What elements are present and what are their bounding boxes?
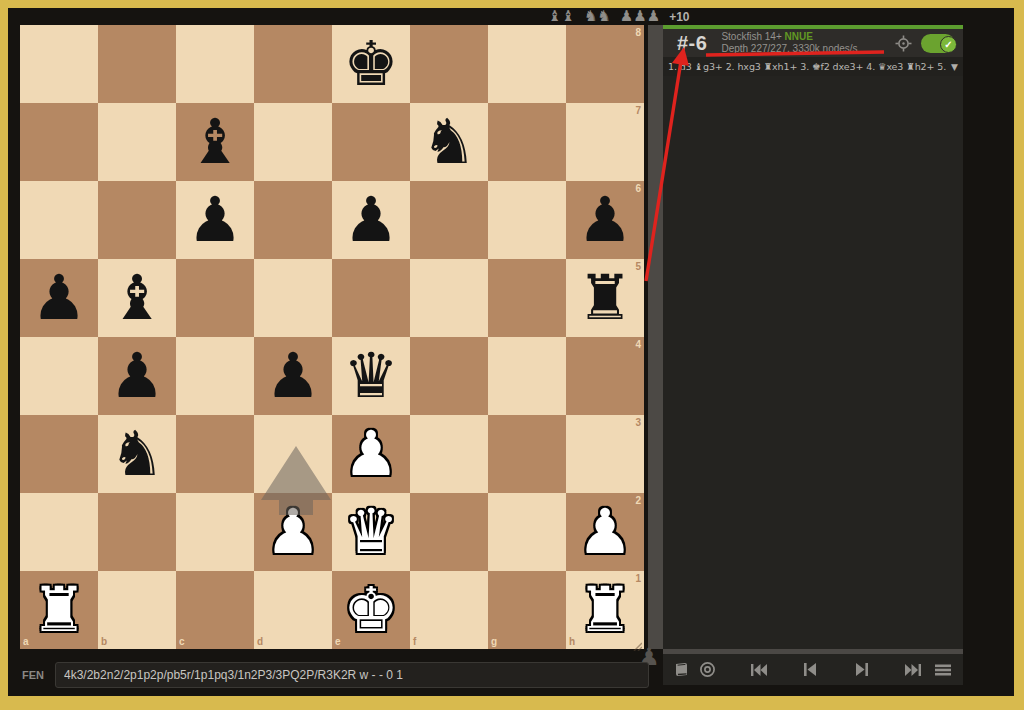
- engine-toggle[interactable]: ✓: [921, 34, 955, 53]
- rank-coordinate: 8: [635, 28, 641, 38]
- black-pawn[interactable]: ♟: [332, 181, 410, 259]
- square-c1[interactable]: c: [176, 571, 254, 649]
- square-h6[interactable]: 6♟: [566, 181, 644, 259]
- square-d1[interactable]: d: [254, 571, 332, 649]
- white-queen[interactable]: ♛: [332, 493, 410, 571]
- square-a8[interactable]: [20, 25, 98, 103]
- engine-name-line: Stockfish 14+ NNUE: [721, 31, 893, 43]
- square-e4[interactable]: ♛: [332, 337, 410, 415]
- white-pawn[interactable]: ♟: [566, 493, 644, 571]
- square-h1[interactable]: 1h♜: [566, 571, 644, 649]
- engine-info: Stockfish 14+ NNUE Depth 227/227, 3330k …: [721, 31, 893, 55]
- captured-bishops-icon: ♝♝: [548, 9, 575, 24]
- square-c4[interactable]: [176, 337, 254, 415]
- engine-panel: #-6 Stockfish 14+ NNUE Depth 227/227, 33…: [663, 25, 963, 685]
- eval-score: #-6: [677, 32, 707, 55]
- square-a1[interactable]: a♜: [20, 571, 98, 649]
- white-rook[interactable]: ♜: [20, 571, 98, 649]
- square-f1[interactable]: f: [410, 571, 488, 649]
- square-f3[interactable]: [410, 415, 488, 493]
- square-d3[interactable]: [254, 415, 332, 493]
- square-e6[interactable]: ♟: [332, 181, 410, 259]
- material-advantage-bar: ♝♝ ♞♞ ♟♟♟ +10: [548, 8, 690, 25]
- pv-line-row[interactable]: 1. d3 ♝g3+ 2. hxg3 ♜xh1+ 3. ♚f2 dxe3+ 4.…: [663, 57, 963, 76]
- square-h4[interactable]: 4: [566, 337, 644, 415]
- square-g1[interactable]: g: [488, 571, 566, 649]
- black-rook[interactable]: ♜: [566, 259, 644, 337]
- fen-label: FEN: [22, 669, 55, 681]
- black-bishop[interactable]: ♝: [98, 259, 176, 337]
- file-coordinate: f: [413, 637, 416, 647]
- square-d6[interactable]: [254, 181, 332, 259]
- focus-target-icon[interactable]: [893, 33, 913, 53]
- black-pawn[interactable]: ♟: [98, 337, 176, 415]
- captured-knights-icon: ♞♞: [584, 9, 611, 24]
- white-pawn[interactable]: ♟: [332, 415, 410, 493]
- square-a6[interactable]: [20, 181, 98, 259]
- captured-pawns-icon: ♟♟♟: [620, 9, 660, 24]
- rank-coordinate: 7: [635, 106, 641, 116]
- square-f4[interactable]: [410, 337, 488, 415]
- square-h3[interactable]: 3: [566, 415, 644, 493]
- pv-moves[interactable]: 1. d3 ♝g3+ 2. hxg3 ♜xh1+ 3. ♚f2 dxe3+ 4.…: [668, 61, 947, 72]
- black-pawn[interactable]: ♟: [254, 337, 332, 415]
- square-c5[interactable]: [176, 259, 254, 337]
- square-e7[interactable]: [332, 103, 410, 181]
- black-king[interactable]: ♚: [332, 25, 410, 103]
- square-c3[interactable]: [176, 415, 254, 493]
- square-g7[interactable]: [488, 103, 566, 181]
- square-h8[interactable]: 8: [566, 25, 644, 103]
- black-knight[interactable]: ♞: [410, 103, 488, 181]
- square-b5[interactable]: ♝: [98, 259, 176, 337]
- square-e3[interactable]: ♟: [332, 415, 410, 493]
- square-g4[interactable]: [488, 337, 566, 415]
- fen-bar: FEN: [22, 662, 649, 688]
- square-f8[interactable]: [410, 25, 488, 103]
- first-move-icon[interactable]: [749, 660, 769, 680]
- square-a4[interactable]: [20, 337, 98, 415]
- opening-book-icon[interactable]: [671, 660, 691, 680]
- square-a3[interactable]: [20, 415, 98, 493]
- black-pawn[interactable]: ♟: [176, 181, 254, 259]
- move-list-area: [663, 76, 963, 649]
- material-score: +10: [669, 10, 689, 24]
- engine-depth-line: Depth 227/227, 3330k nodes/s: [721, 43, 893, 55]
- square-f5[interactable]: [410, 259, 488, 337]
- square-d8[interactable]: [254, 25, 332, 103]
- file-coordinate: c: [179, 637, 185, 647]
- black-knight[interactable]: ♞: [98, 415, 176, 493]
- square-a7[interactable]: [20, 103, 98, 181]
- square-g8[interactable]: [488, 25, 566, 103]
- previous-move-icon[interactable]: [800, 660, 820, 680]
- file-coordinate: g: [491, 637, 497, 647]
- square-d5[interactable]: [254, 259, 332, 337]
- square-b7[interactable]: [98, 103, 176, 181]
- square-g2[interactable]: [488, 493, 566, 571]
- analysis-page: ♝♝ ♞♞ ♟♟♟ +10 ♚8♝♞7♟♟6♟♟♝5♜♟♟♛4♞♟3♟♛2♟a♜…: [8, 8, 1014, 696]
- black-pawn[interactable]: ♟: [20, 259, 98, 337]
- square-e8[interactable]: ♚: [332, 25, 410, 103]
- file-coordinate: d: [257, 637, 263, 647]
- square-c8[interactable]: [176, 25, 254, 103]
- black-queen[interactable]: ♛: [332, 337, 410, 415]
- last-move-icon[interactable]: [903, 660, 923, 680]
- square-d2[interactable]: ♟: [254, 493, 332, 571]
- square-e1[interactable]: e♚: [332, 571, 410, 649]
- rank-coordinate: 3: [635, 418, 641, 428]
- practice-target-icon[interactable]: [697, 660, 717, 680]
- engine-nnue-tag: NNUE: [785, 31, 813, 42]
- square-b4[interactable]: ♟: [98, 337, 176, 415]
- square-d7[interactable]: [254, 103, 332, 181]
- square-f7[interactable]: ♞: [410, 103, 488, 181]
- engine-header: #-6 Stockfish 14+ NNUE Depth 227/227, 33…: [663, 29, 963, 57]
- square-h2[interactable]: 2♟: [566, 493, 644, 571]
- square-c6[interactable]: ♟: [176, 181, 254, 259]
- black-pawn[interactable]: ♟: [566, 181, 644, 259]
- square-a2[interactable]: [20, 493, 98, 571]
- square-f6[interactable]: [410, 181, 488, 259]
- square-a5[interactable]: ♟: [20, 259, 98, 337]
- square-e5[interactable]: [332, 259, 410, 337]
- square-c2[interactable]: [176, 493, 254, 571]
- square-h7[interactable]: 7: [566, 103, 644, 181]
- next-move-icon[interactable]: [852, 660, 872, 680]
- menu-icon[interactable]: [933, 660, 953, 680]
- square-b3[interactable]: ♞: [98, 415, 176, 493]
- square-f2[interactable]: [410, 493, 488, 571]
- rank-coordinate: 4: [635, 340, 641, 350]
- chess-board[interactable]: ♚8♝♞7♟♟6♟♟♝5♜♟♟♛4♞♟3♟♛2♟a♜bcde♚fg1h♜: [20, 25, 644, 649]
- pv-expand-caret-icon[interactable]: ▼: [951, 62, 958, 72]
- white-king[interactable]: ♚: [332, 571, 410, 649]
- black-bishop[interactable]: ♝: [176, 103, 254, 181]
- engine-name: Stockfish 14+: [721, 31, 784, 42]
- fen-input[interactable]: [55, 662, 649, 688]
- square-b8[interactable]: [98, 25, 176, 103]
- square-h5[interactable]: 5♜: [566, 259, 644, 337]
- square-d4[interactable]: ♟: [254, 337, 332, 415]
- square-c7[interactable]: ♝: [176, 103, 254, 181]
- square-b6[interactable]: [98, 181, 176, 259]
- square-b2[interactable]: [98, 493, 176, 571]
- toggle-check-icon: ✓: [940, 36, 957, 53]
- square-g3[interactable]: [488, 415, 566, 493]
- square-g5[interactable]: [488, 259, 566, 337]
- white-pawn[interactable]: ♟: [254, 493, 332, 571]
- playback-controls: [663, 654, 963, 685]
- square-g6[interactable]: [488, 181, 566, 259]
- file-coordinate: b: [101, 637, 107, 647]
- eval-gauge: [648, 25, 664, 649]
- square-e2[interactable]: ♛: [332, 493, 410, 571]
- square-b1[interactable]: b: [98, 571, 176, 649]
